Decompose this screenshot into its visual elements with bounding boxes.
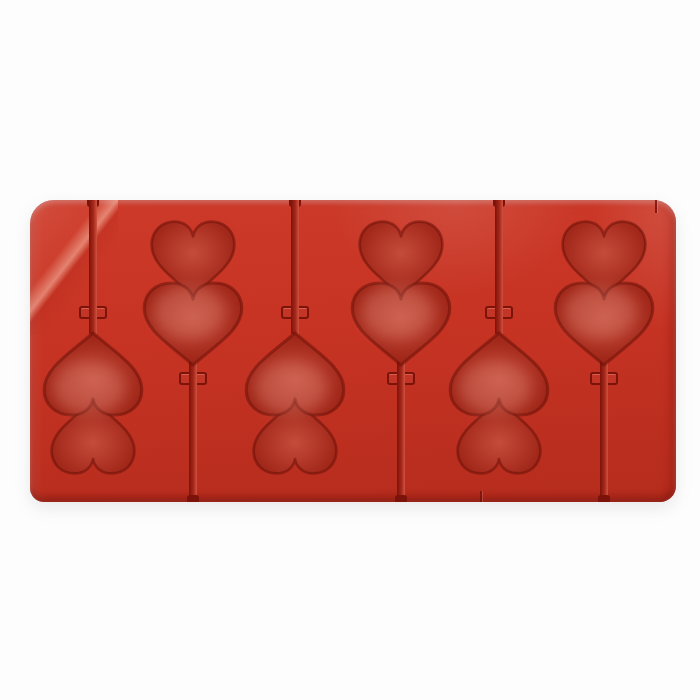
cavity-sheen (564, 285, 636, 339)
cavity-sheen (153, 285, 225, 339)
stick-channel (189, 360, 197, 502)
cavity-hearts (442, 326, 556, 482)
stick-channel-notch (187, 495, 199, 502)
stick-channel (397, 360, 405, 502)
cavity-sheen (459, 361, 531, 415)
cavity-sheen (361, 285, 433, 339)
cavity-hearts (136, 216, 250, 372)
cavity-5 (439, 200, 559, 502)
stick-channel (495, 200, 503, 334)
mold (30, 200, 676, 502)
cavity-3 (235, 200, 355, 502)
cavity-hearts (547, 216, 661, 372)
cavity-6 (544, 200, 664, 502)
stick-channel (291, 200, 299, 334)
cavity-sheen (53, 361, 125, 415)
stick-channel (89, 200, 97, 334)
cavity-sheen (255, 361, 327, 415)
cavity-hearts (238, 326, 352, 482)
stick-channel-notch (598, 495, 610, 502)
background (0, 0, 700, 700)
stick-channel (600, 360, 608, 502)
stick-channel-notch (395, 495, 407, 502)
